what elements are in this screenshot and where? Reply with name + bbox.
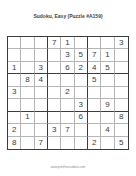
cell-r9c9: 5 — [115, 137, 128, 149]
cell-r7c4 — [48, 112, 61, 124]
cell-r7c3 — [35, 112, 48, 124]
cell-r2c6: 5 — [75, 49, 88, 61]
cell-r7c7 — [88, 112, 101, 124]
cell-r3c3: 3 — [35, 62, 48, 74]
cell-r3c7: 4 — [88, 62, 101, 74]
cell-r3c1: 1 — [8, 62, 21, 74]
cell-r2c5: 3 — [61, 49, 74, 61]
cell-r5c1: 3 — [8, 87, 21, 99]
cell-r3c5: 6 — [61, 62, 74, 74]
cell-r1c7 — [88, 37, 101, 49]
cell-r4c7: 5 — [88, 74, 101, 86]
cell-r4c5 — [61, 74, 74, 86]
cell-r8c7 — [88, 124, 101, 136]
cell-r9c1: 8 — [8, 137, 21, 149]
cell-r4c3: 4 — [35, 74, 48, 86]
cell-r6c8: 9 — [101, 99, 114, 111]
cell-r9c4 — [48, 137, 61, 149]
cell-r3c6: 2 — [75, 62, 88, 74]
cell-r1c5: 1 — [61, 37, 74, 49]
cell-r6c5 — [61, 99, 74, 111]
cell-r2c9 — [115, 49, 128, 61]
footer-url: www.printfreesudoku.com — [0, 165, 136, 169]
cell-r5c5: 2 — [61, 87, 74, 99]
cell-r8c5: 7 — [61, 124, 74, 136]
cell-r1c9: 3 — [115, 37, 128, 49]
cell-r6c7 — [88, 99, 101, 111]
cell-r7c6: 6 — [75, 112, 88, 124]
cell-r6c1 — [8, 99, 21, 111]
sudoku-board: 7133571136245845323916823748725 — [7, 36, 129, 150]
cell-r4c6 — [75, 74, 88, 86]
cell-r8c8: 4 — [101, 124, 114, 136]
cell-r4c8 — [101, 74, 114, 86]
cell-r1c1 — [8, 37, 21, 49]
cell-r2c1 — [8, 49, 21, 61]
cell-r3c4 — [48, 62, 61, 74]
cell-r5c7 — [88, 87, 101, 99]
cell-r5c3 — [35, 87, 48, 99]
cell-r7c5 — [61, 112, 74, 124]
cell-r2c8: 1 — [101, 49, 114, 61]
cell-r4c4 — [48, 74, 61, 86]
cell-r4c1 — [8, 74, 21, 86]
cell-r5c6 — [75, 87, 88, 99]
cell-r8c4: 3 — [48, 124, 61, 136]
cell-r8c1: 2 — [8, 124, 21, 136]
cell-r1c3 — [35, 37, 48, 49]
cell-r6c4 — [48, 99, 61, 111]
cell-r5c8 — [101, 87, 114, 99]
cell-r3c9 — [115, 62, 128, 74]
cell-r8c3 — [35, 124, 48, 136]
cell-r7c1 — [8, 112, 21, 124]
cell-r9c6 — [75, 137, 88, 149]
cell-r4c9 — [115, 74, 128, 86]
cell-r2c7: 7 — [88, 49, 101, 61]
cell-r6c6: 3 — [75, 99, 88, 111]
page-title: Sudoku, Easy (Puzzle #A159) — [0, 13, 136, 19]
cell-r1c2 — [21, 37, 34, 49]
cell-r7c2: 1 — [21, 112, 34, 124]
cell-r3c8: 5 — [101, 62, 114, 74]
cell-r5c4 — [48, 87, 61, 99]
cell-r9c3: 7 — [35, 137, 48, 149]
cell-r7c9: 8 — [115, 112, 128, 124]
cell-r3c2 — [21, 62, 34, 74]
cell-r6c3 — [35, 99, 48, 111]
cell-r2c2 — [21, 49, 34, 61]
cell-r8c2 — [21, 124, 34, 136]
cell-r2c3 — [35, 49, 48, 61]
cell-r1c4: 7 — [48, 37, 61, 49]
cell-r1c6 — [75, 37, 88, 49]
cell-r8c9 — [115, 124, 128, 136]
cell-r9c8 — [101, 137, 114, 149]
cell-r9c7: 2 — [88, 137, 101, 149]
cell-r9c5 — [61, 137, 74, 149]
cell-r4c2: 8 — [21, 74, 34, 86]
cell-r6c2 — [21, 99, 34, 111]
cell-r7c8 — [101, 112, 114, 124]
cell-r5c9 — [115, 87, 128, 99]
cell-r6c9 — [115, 99, 128, 111]
cell-r8c6 — [75, 124, 88, 136]
cell-r5c2 — [21, 87, 34, 99]
cell-r9c2 — [21, 137, 34, 149]
cell-r1c8 — [101, 37, 114, 49]
cell-r2c4 — [48, 49, 61, 61]
